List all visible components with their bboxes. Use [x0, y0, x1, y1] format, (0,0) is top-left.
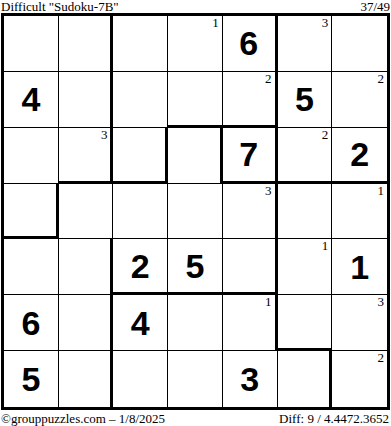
remaining-counter: 37/49: [360, 0, 390, 13]
cell-r2c1: 4: [4, 72, 59, 128]
cell-r3c2[interactable]: 3: [59, 128, 114, 184]
given-digit: 2: [131, 249, 150, 283]
given-digit: 2: [350, 137, 369, 171]
cell-r2c6: 5: [278, 72, 333, 128]
cell-r7c2[interactable]: [59, 351, 114, 407]
given-digit: 5: [186, 249, 205, 283]
given-digit: 4: [131, 306, 150, 340]
cell-r7c1: 5: [4, 351, 59, 407]
given-digit: 7: [239, 137, 258, 171]
puzzle-title: Difficult "Sudoku-7B": [1, 0, 119, 13]
cell-r5c7: 1: [332, 239, 387, 295]
cell-r5c6[interactable]: 1: [278, 239, 333, 295]
cell-r6c6[interactable]: [278, 295, 333, 351]
cell-r4c5[interactable]: 3: [223, 184, 278, 240]
corner-mark: 2: [322, 128, 329, 142]
cell-r3c4[interactable]: [168, 128, 223, 184]
corner-mark: 1: [322, 239, 329, 253]
cell-r7c7[interactable]: 2: [332, 351, 387, 407]
cell-r6c7[interactable]: 3: [332, 295, 387, 351]
cell-r4c7[interactable]: 1: [332, 184, 387, 240]
given-digit: 6: [239, 26, 258, 60]
cell-r3c7: 2: [332, 128, 387, 184]
cell-r7c4[interactable]: [168, 351, 223, 407]
corner-mark: 3: [322, 16, 329, 30]
given-digit: 5: [21, 362, 40, 396]
given-digit: 4: [21, 82, 40, 116]
cell-r3c5: 7: [223, 128, 278, 184]
cell-r1c3[interactable]: [113, 16, 168, 72]
corner-mark: 3: [265, 184, 272, 198]
cell-r1c7[interactable]: [332, 16, 387, 72]
given-digit: 3: [240, 362, 259, 396]
cell-r2c7[interactable]: 2: [332, 72, 387, 128]
corner-mark: 2: [378, 351, 385, 365]
corner-mark: 2: [378, 72, 385, 86]
given-digit: 6: [21, 306, 40, 340]
cell-r3c3[interactable]: [113, 128, 168, 184]
cell-r7c3[interactable]: [113, 351, 168, 407]
cell-r1c6[interactable]: 3: [278, 16, 333, 72]
corner-mark: 3: [101, 128, 108, 142]
cell-r2c2[interactable]: [59, 72, 114, 128]
cell-r6c5[interactable]: 1: [223, 295, 278, 351]
cell-r4c1[interactable]: [4, 184, 59, 240]
cell-r2c5[interactable]: 2: [223, 72, 278, 128]
puzzle-page: Difficult "Sudoku-7B" 37/49 163425237223…: [0, 0, 391, 426]
corner-mark: 1: [378, 184, 385, 198]
cell-r4c2[interactable]: [59, 184, 114, 240]
cell-r5c4: 5: [168, 239, 223, 295]
given-digit: 1: [350, 250, 369, 284]
corner-mark: 1: [212, 16, 219, 30]
cell-r7c5: 3: [223, 351, 278, 407]
cell-r5c5[interactable]: [223, 239, 278, 295]
cell-r2c4[interactable]: [168, 72, 223, 128]
cell-r4c4[interactable]: [168, 184, 223, 240]
cell-r2c3[interactable]: [113, 72, 168, 128]
cell-r3c6[interactable]: 2: [278, 128, 333, 184]
cell-r6c3: 4: [113, 295, 168, 351]
cell-r7c6[interactable]: [278, 351, 333, 407]
cell-r4c3[interactable]: [113, 184, 168, 240]
cell-r3c1[interactable]: [4, 128, 59, 184]
cell-r1c2[interactable]: [59, 16, 114, 72]
cell-r6c2[interactable]: [59, 295, 114, 351]
corner-mark: 2: [265, 72, 272, 86]
cell-r5c1[interactable]: [4, 239, 59, 295]
corner-mark: 1: [265, 295, 272, 309]
difficulty-label: Diff: 9 / 4.4472.3652: [279, 412, 389, 425]
cell-r1c5: 6: [223, 16, 278, 72]
cell-r1c4[interactable]: 1: [168, 16, 223, 72]
corner-mark: 3: [378, 295, 385, 309]
sudoku-board: 163425237223125116413532: [1, 13, 390, 410]
cell-r5c2[interactable]: [59, 239, 114, 295]
cell-r6c4[interactable]: [168, 295, 223, 351]
copyright-date: ©grouppuzzles.com – 1/8/2025: [1, 412, 165, 425]
cell-r6c1: 6: [4, 295, 59, 351]
cell-r1c1[interactable]: [4, 16, 59, 72]
header: Difficult "Sudoku-7B" 37/49: [0, 0, 391, 13]
given-digit: 5: [295, 82, 314, 116]
cell-r4c6[interactable]: [278, 184, 333, 240]
cell-r5c3: 2: [113, 239, 168, 295]
footer: ©grouppuzzles.com – 1/8/2025 Diff: 9 / 4…: [0, 410, 391, 425]
